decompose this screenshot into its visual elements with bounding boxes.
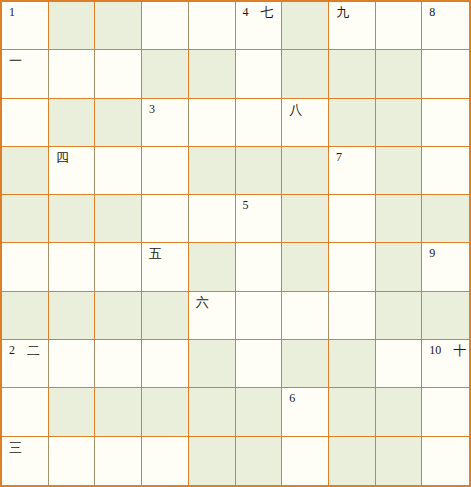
clue-number: 5 [243, 198, 249, 212]
cell-r0c9[interactable]: 8 [422, 2, 469, 50]
cell-r0c3[interactable] [142, 2, 189, 50]
cell-r3c9[interactable] [422, 147, 469, 195]
cell-r6c2-blocked [95, 292, 142, 340]
cell-r1c3-blocked [142, 50, 189, 98]
cell-r5c4-blocked [189, 243, 236, 291]
cell-r8c7-blocked [329, 388, 376, 436]
cell-r8c2-blocked [95, 388, 142, 436]
cell-r1c1[interactable] [49, 50, 96, 98]
cell-r6c8-blocked [376, 292, 423, 340]
cell-r2c2-blocked [95, 99, 142, 147]
cell-r6c6[interactable] [282, 292, 329, 340]
cell-r0c4[interactable] [189, 2, 236, 50]
cell-r4c9-blocked [422, 195, 469, 243]
cell-r1c4-blocked [189, 50, 236, 98]
cell-r2c5[interactable] [236, 99, 283, 147]
cell-r7c2[interactable] [95, 340, 142, 388]
cell-r9c3[interactable] [142, 437, 189, 485]
cell-r7c4-blocked [189, 340, 236, 388]
cell-r6c4[interactable]: 六 [189, 292, 236, 340]
cell-r2c6[interactable]: 八 [282, 99, 329, 147]
cell-r8c8-blocked [376, 388, 423, 436]
cell-r9c4-blocked [189, 437, 236, 485]
cell-r5c6-blocked [282, 243, 329, 291]
cell-r3c0-blocked [2, 147, 49, 195]
cell-r6c0-blocked [2, 292, 49, 340]
cell-r0c5[interactable]: 4七 [236, 2, 283, 50]
cell-r8c5-blocked [236, 388, 283, 436]
cell-r4c8-blocked [376, 195, 423, 243]
cell-r6c1-blocked [49, 292, 96, 340]
cell-r6c3-blocked [142, 292, 189, 340]
clue-number: 1 [9, 5, 15, 19]
cell-r8c3-blocked [142, 388, 189, 436]
cell-r9c7-blocked [329, 437, 376, 485]
cell-r1c5[interactable] [236, 50, 283, 98]
cell-r0c0[interactable]: 1 [2, 2, 49, 50]
cell-r9c1[interactable] [49, 437, 96, 485]
crossword-board: 14七九8一3八四75五9六2二10十6三 [0, 0, 471, 487]
cell-r2c4[interactable] [189, 99, 236, 147]
cell-r8c6[interactable]: 6 [282, 388, 329, 436]
cell-r1c9[interactable] [422, 50, 469, 98]
clue-number: 9 [429, 246, 435, 260]
cell-r3c7[interactable]: 7 [329, 147, 376, 195]
cell-r3c6-blocked [282, 147, 329, 195]
cell-r1c7-blocked [329, 50, 376, 98]
clue-number: 6 [289, 391, 295, 405]
cell-r6c7[interactable] [329, 292, 376, 340]
cell-r4c0-blocked [2, 195, 49, 243]
cell-r2c3[interactable]: 3 [142, 99, 189, 147]
cell-r7c5[interactable] [236, 340, 283, 388]
cell-r9c5-blocked [236, 437, 283, 485]
cell-r0c7[interactable]: 九 [329, 2, 376, 50]
cell-r3c5-blocked [236, 147, 283, 195]
clue-hanzi: 六 [196, 295, 209, 310]
clue-hanzi: 九 [336, 5, 349, 20]
cell-r5c2[interactable] [95, 243, 142, 291]
clue-number: 8 [429, 5, 435, 19]
cell-r9c6[interactable] [282, 437, 329, 485]
clue-hanzi: 八 [289, 102, 302, 117]
cell-r3c3[interactable] [142, 147, 189, 195]
cell-r7c8[interactable] [376, 340, 423, 388]
cell-r7c3[interactable] [142, 340, 189, 388]
clue-number: 4 [243, 5, 249, 19]
cell-r5c3[interactable]: 五 [142, 243, 189, 291]
clue-number: 10 [429, 343, 441, 357]
cell-r4c6-blocked [282, 195, 329, 243]
clue-number: 2 [9, 343, 15, 357]
cell-r9c9[interactable] [422, 437, 469, 485]
cell-r7c9[interactable]: 10十 [422, 340, 469, 388]
cell-r9c8-blocked [376, 437, 423, 485]
cell-r2c0[interactable] [2, 99, 49, 147]
cell-r9c0[interactable]: 三 [2, 437, 49, 485]
cell-r5c5[interactable] [236, 243, 283, 291]
cell-r8c4-blocked [189, 388, 236, 436]
cell-r1c8-blocked [376, 50, 423, 98]
cell-r3c1[interactable]: 四 [49, 147, 96, 195]
cell-r4c5[interactable]: 5 [236, 195, 283, 243]
cell-r4c4[interactable] [189, 195, 236, 243]
cell-r4c1-blocked [49, 195, 96, 243]
cell-r9c2[interactable] [95, 437, 142, 485]
clue-hanzi: 一 [9, 53, 22, 68]
clue-hanzi: 七 [261, 5, 274, 20]
clue-hanzi: 三 [9, 440, 22, 455]
cell-r0c8[interactable] [376, 2, 423, 50]
clue-number: 7 [336, 150, 342, 164]
cell-r5c0[interactable] [2, 243, 49, 291]
cell-r1c0[interactable]: 一 [2, 50, 49, 98]
cell-r2c9[interactable] [422, 99, 469, 147]
cell-r5c7[interactable] [329, 243, 376, 291]
cell-r7c0[interactable]: 2二 [2, 340, 49, 388]
cell-r4c2-blocked [95, 195, 142, 243]
cell-r0c1-blocked [49, 2, 96, 50]
cell-r0c6-blocked [282, 2, 329, 50]
cell-r6c5[interactable] [236, 292, 283, 340]
cell-r5c9[interactable]: 9 [422, 243, 469, 291]
cell-r7c6-blocked [282, 340, 329, 388]
cell-r4c3[interactable] [142, 195, 189, 243]
clue-hanzi: 四 [56, 150, 69, 165]
cell-r3c4-blocked [189, 147, 236, 195]
cell-r8c0[interactable] [2, 388, 49, 436]
clue-hanzi: 二 [27, 343, 40, 358]
clue-hanzi: 十 [453, 343, 466, 358]
cell-r7c1[interactable] [49, 340, 96, 388]
cell-r5c8-blocked [376, 243, 423, 291]
cell-r4c7[interactable] [329, 195, 376, 243]
puzzle-grid: 14七九8一3八四75五9六2二10十6三 [0, 0, 471, 487]
cell-r8c1-blocked [49, 388, 96, 436]
clue-number: 3 [149, 102, 155, 116]
cell-r3c2[interactable] [95, 147, 142, 195]
cell-r8c9[interactable] [422, 388, 469, 436]
cell-r1c2[interactable] [95, 50, 142, 98]
cell-r2c8-blocked [376, 99, 423, 147]
cell-r3c8-blocked [376, 147, 423, 195]
cell-r2c7-blocked [329, 99, 376, 147]
cell-r6c9-blocked [422, 292, 469, 340]
cell-r1c6-blocked [282, 50, 329, 98]
cell-r0c2-blocked [95, 2, 142, 50]
cell-r5c1[interactable] [49, 243, 96, 291]
clue-hanzi: 五 [149, 246, 162, 261]
cell-r2c1-blocked [49, 99, 96, 147]
cell-r7c7-blocked [329, 340, 376, 388]
